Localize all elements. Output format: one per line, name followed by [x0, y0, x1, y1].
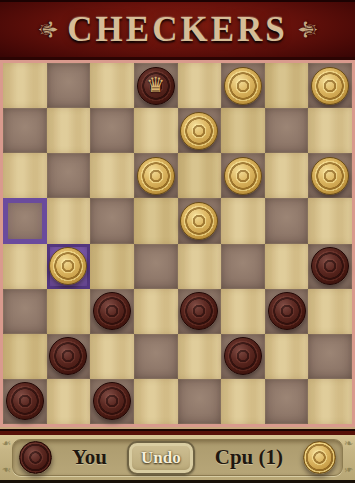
square-r7c4[interactable]: [178, 379, 222, 424]
gold-piece[interactable]: [311, 67, 349, 105]
board-bottom-edge: [0, 427, 355, 435]
red-piece[interactable]: [93, 382, 131, 420]
square-r5c7: [308, 289, 352, 334]
square-r6c6: [265, 334, 309, 379]
square-r6c2: [90, 334, 134, 379]
square-r4c4: [178, 244, 222, 289]
square-r7c0[interactable]: [3, 379, 47, 424]
square-r4c6: [265, 244, 309, 289]
square-r1c4[interactable]: [178, 108, 222, 153]
app-title: CHECKERS: [67, 12, 287, 47]
square-r1c5: [221, 108, 265, 153]
square-r5c0[interactable]: [3, 289, 47, 334]
square-r0c3[interactable]: ♛: [134, 63, 178, 108]
gold-piece[interactable]: [180, 112, 218, 150]
square-r2c4: [178, 153, 222, 198]
red-piece[interactable]: [93, 292, 131, 330]
square-r3c3: [134, 198, 178, 243]
you-label: You: [72, 445, 107, 470]
square-r5c5: [221, 289, 265, 334]
red-piece[interactable]: [311, 247, 349, 285]
square-r3c7: [308, 198, 352, 243]
gold-piece[interactable]: [137, 157, 175, 195]
cpu-label: Cpu (1): [215, 445, 283, 470]
square-r2c7[interactable]: [308, 153, 352, 198]
square-r2c3[interactable]: [134, 153, 178, 198]
gold-piece[interactable]: [224, 67, 262, 105]
gold-piece[interactable]: [180, 202, 218, 240]
red-king-piece[interactable]: ♛: [137, 67, 175, 105]
square-r4c1[interactable]: [47, 244, 91, 289]
gold-piece[interactable]: [49, 247, 87, 285]
square-r4c3[interactable]: [134, 244, 178, 289]
square-r2c0: [3, 153, 47, 198]
square-r3c1: [47, 198, 91, 243]
square-r1c2[interactable]: [90, 108, 134, 153]
red-piece[interactable]: [49, 337, 87, 375]
leaf-ornament-icon: ❧: [2, 464, 11, 475]
fleur-ornament-left-icon: ⚜: [35, 18, 60, 40]
red-piece[interactable]: [268, 292, 306, 330]
checkers-app: ⚜ CHECKERS ⚜ ♛ ❧ ❧ ❧ ❧ You Undo Cpu (1): [0, 0, 355, 483]
gold-piece[interactable]: [224, 157, 262, 195]
board: ♛: [3, 63, 352, 424]
square-r7c1: [47, 379, 91, 424]
square-r0c0: [3, 63, 47, 108]
leaf-ornament-icon: ❧: [2, 438, 11, 449]
square-r6c3[interactable]: [134, 334, 178, 379]
king-crown-icon: ♛: [146, 75, 165, 96]
undo-button[interactable]: Undo: [127, 441, 195, 475]
square-r0c4: [178, 63, 222, 108]
square-r5c4[interactable]: [178, 289, 222, 334]
square-r2c1[interactable]: [47, 153, 91, 198]
square-r7c7: [308, 379, 352, 424]
status-bar: ❧ ❧ ❧ ❧ You Undo Cpu (1): [0, 435, 355, 483]
board-frame: ♛: [0, 60, 355, 427]
square-r6c1[interactable]: [47, 334, 91, 379]
square-r6c0: [3, 334, 47, 379]
square-r3c4[interactable]: [178, 198, 222, 243]
square-r6c4: [178, 334, 222, 379]
leaf-ornament-icon: ❧: [344, 438, 353, 449]
fleur-ornament-right-icon: ⚜: [295, 18, 320, 40]
square-r0c1[interactable]: [47, 63, 91, 108]
red-piece[interactable]: [224, 337, 262, 375]
square-r4c2: [90, 244, 134, 289]
square-r4c0: [3, 244, 47, 289]
cpu-checker-icon: [303, 441, 336, 474]
square-r1c1: [47, 108, 91, 153]
red-piece[interactable]: [180, 292, 218, 330]
square-r1c0[interactable]: [3, 108, 47, 153]
square-r1c7: [308, 108, 352, 153]
square-r0c6: [265, 63, 309, 108]
square-r1c6[interactable]: [265, 108, 309, 153]
square-r0c7[interactable]: [308, 63, 352, 108]
square-r3c0[interactable]: [3, 198, 47, 243]
square-r4c7[interactable]: [308, 244, 352, 289]
square-r1c3: [134, 108, 178, 153]
leaf-ornament-icon: ❧: [344, 464, 353, 475]
square-r3c5: [221, 198, 265, 243]
square-r3c6[interactable]: [265, 198, 309, 243]
square-r7c3: [134, 379, 178, 424]
square-r6c5[interactable]: [221, 334, 265, 379]
square-r4c5[interactable]: [221, 244, 265, 289]
title-bar: ⚜ CHECKERS ⚜: [0, 0, 355, 60]
square-r6c7[interactable]: [308, 334, 352, 379]
status-panel: You Undo Cpu (1): [12, 439, 343, 476]
red-piece[interactable]: [6, 382, 44, 420]
square-r5c1: [47, 289, 91, 334]
square-r2c6: [265, 153, 309, 198]
square-r5c3: [134, 289, 178, 334]
square-r0c5[interactable]: [221, 63, 265, 108]
square-r0c2: [90, 63, 134, 108]
you-checker-icon: [19, 441, 52, 474]
square-r2c5[interactable]: [221, 153, 265, 198]
square-r5c6[interactable]: [265, 289, 309, 334]
gold-piece[interactable]: [311, 157, 349, 195]
square-r3c2[interactable]: [90, 198, 134, 243]
square-r2c2: [90, 153, 134, 198]
square-r5c2[interactable]: [90, 289, 134, 334]
square-r7c5: [221, 379, 265, 424]
square-r7c2[interactable]: [90, 379, 134, 424]
square-r7c6[interactable]: [265, 379, 309, 424]
